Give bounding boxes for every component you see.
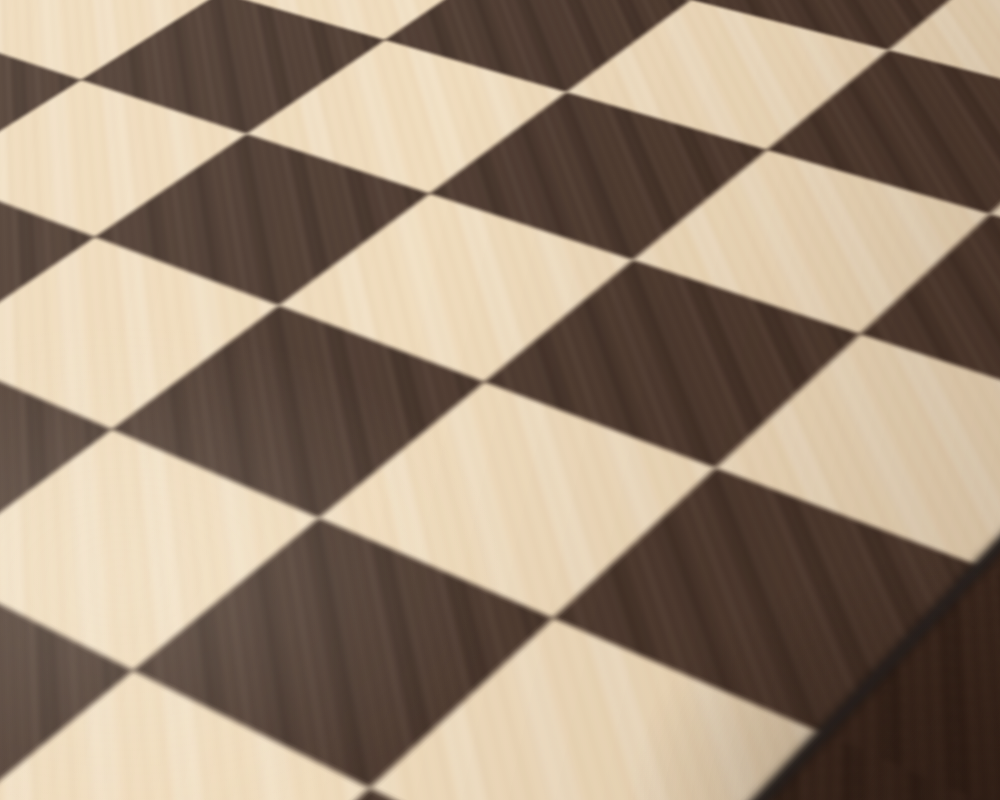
chessboard-photo	[0, 0, 1000, 800]
chess-board	[0, 0, 1000, 800]
